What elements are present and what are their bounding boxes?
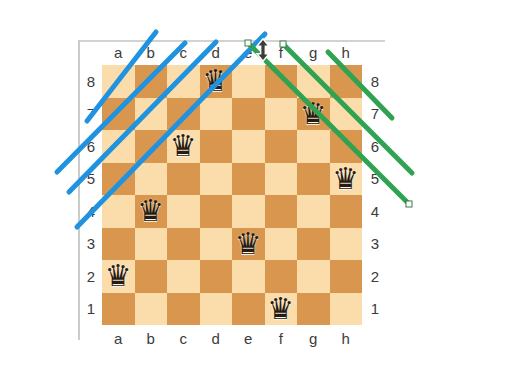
square-h3 <box>330 228 363 261</box>
square-h7 <box>330 98 363 131</box>
square-e3: ♛ <box>232 228 265 261</box>
square-g7: ♛ <box>297 98 330 131</box>
square-h5: ♛ <box>330 163 363 196</box>
square-g8 <box>297 65 330 98</box>
file-label-d: d <box>200 43 233 61</box>
file-label-c: c <box>167 43 200 61</box>
square-a3 <box>102 228 135 261</box>
square-g3 <box>297 228 330 261</box>
file-label-g: g <box>297 329 330 347</box>
square-e6 <box>232 130 265 163</box>
square-b2 <box>135 260 168 293</box>
square-g5 <box>297 163 330 196</box>
file-label-h: h <box>330 43 363 61</box>
square-h6 <box>330 130 363 163</box>
square-c1 <box>167 293 200 326</box>
square-e5 <box>232 163 265 196</box>
queen-f1: ♛ <box>265 293 298 326</box>
square-g6 <box>297 130 330 163</box>
queen-g7: ♛ <box>297 98 330 131</box>
file-label-e: e <box>232 329 265 347</box>
square-d1 <box>200 293 233 326</box>
square-d6 <box>200 130 233 163</box>
square-h1 <box>330 293 363 326</box>
rank-label-8: 8 <box>82 65 100 98</box>
square-d7 <box>200 98 233 131</box>
square-b6 <box>135 130 168 163</box>
square-a4 <box>102 195 135 228</box>
rank-label-3: 3 <box>366 228 384 261</box>
square-c2 <box>167 260 200 293</box>
square-a5 <box>102 163 135 196</box>
file-label-h: h <box>330 329 363 347</box>
square-a2: ♛ <box>102 260 135 293</box>
file-label-g: g <box>297 43 330 61</box>
square-f8 <box>265 65 298 98</box>
page: abcdefgh abcdefgh 87654321 87654321 ♛♛♛♛… <box>0 0 506 391</box>
square-c6: ♛ <box>167 130 200 163</box>
rank-label-1: 1 <box>366 293 384 326</box>
rank-label-3: 3 <box>82 228 100 261</box>
file-label-b: b <box>135 43 168 61</box>
rank-label-4: 4 <box>366 195 384 228</box>
queen-h5: ♛ <box>330 163 363 196</box>
square-f4 <box>265 195 298 228</box>
square-b5 <box>135 163 168 196</box>
file-label-e: e <box>232 43 265 61</box>
rank-label-6: 6 <box>366 130 384 163</box>
chess-board: ♛♛♛♛♛♛♛♛ <box>102 65 362 325</box>
rank-label-5: 5 <box>82 163 100 196</box>
square-h8 <box>330 65 363 98</box>
rank-label-7: 7 <box>82 98 100 131</box>
rank-label-2: 2 <box>82 260 100 293</box>
square-d8: ♛ <box>200 65 233 98</box>
square-b3 <box>135 228 168 261</box>
square-g1 <box>297 293 330 326</box>
square-a7 <box>102 98 135 131</box>
queen-d8: ♛ <box>200 65 233 98</box>
rank-label-5: 5 <box>366 163 384 196</box>
file-label-a: a <box>102 43 135 61</box>
square-g2 <box>297 260 330 293</box>
square-b4: ♛ <box>135 195 168 228</box>
square-c5 <box>167 163 200 196</box>
rank-labels-left: 87654321 <box>82 65 100 325</box>
square-c7 <box>167 98 200 131</box>
square-f6 <box>265 130 298 163</box>
file-label-b: b <box>135 329 168 347</box>
square-b1 <box>135 293 168 326</box>
file-label-c: c <box>167 329 200 347</box>
queen-a2: ♛ <box>102 260 135 293</box>
square-e8 <box>232 65 265 98</box>
square-c8 <box>167 65 200 98</box>
rank-label-6: 6 <box>82 130 100 163</box>
square-b7 <box>135 98 168 131</box>
square-c4 <box>167 195 200 228</box>
queen-c6: ♛ <box>167 130 200 163</box>
file-label-f: f <box>265 43 298 61</box>
rank-labels-right: 87654321 <box>366 65 384 325</box>
square-d3 <box>200 228 233 261</box>
square-d2 <box>200 260 233 293</box>
rank-label-1: 1 <box>82 293 100 326</box>
queen-b4: ♛ <box>135 195 168 228</box>
square-a1 <box>102 293 135 326</box>
rank-label-8: 8 <box>366 65 384 98</box>
queen-e3: ♛ <box>232 228 265 261</box>
file-labels-top: abcdefgh <box>102 43 362 61</box>
square-c3 <box>167 228 200 261</box>
square-a8 <box>102 65 135 98</box>
rank-label-4: 4 <box>82 195 100 228</box>
file-labels-bottom: abcdefgh <box>102 329 362 347</box>
square-d5 <box>200 163 233 196</box>
square-a6 <box>102 130 135 163</box>
file-label-d: d <box>200 329 233 347</box>
square-h4 <box>330 195 363 228</box>
file-label-f: f <box>265 329 298 347</box>
square-f7 <box>265 98 298 131</box>
square-g4 <box>297 195 330 228</box>
square-f3 <box>265 228 298 261</box>
square-f1: ♛ <box>265 293 298 326</box>
square-e2 <box>232 260 265 293</box>
panel-border-left <box>78 40 80 340</box>
square-f5 <box>265 163 298 196</box>
square-d4 <box>200 195 233 228</box>
square-h2 <box>330 260 363 293</box>
rank-label-7: 7 <box>366 98 384 131</box>
square-b8 <box>135 65 168 98</box>
panel-border-top <box>78 40 385 42</box>
square-e1 <box>232 293 265 326</box>
square-e4 <box>232 195 265 228</box>
file-label-a: a <box>102 329 135 347</box>
square-f2 <box>265 260 298 293</box>
selection-handle-3[interactable] <box>406 201 412 207</box>
square-e7 <box>232 98 265 131</box>
rank-label-2: 2 <box>366 260 384 293</box>
